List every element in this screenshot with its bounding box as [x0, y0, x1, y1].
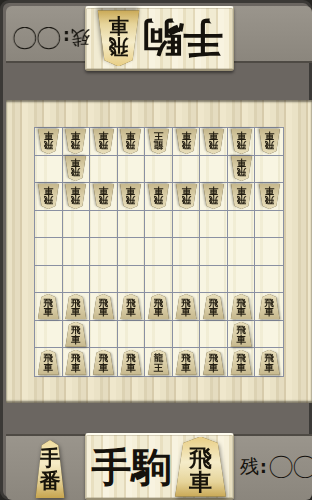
player-tray-piece-char-bottom: 車 [189, 470, 212, 494]
board-cell[interactable]: 飛車 [63, 293, 91, 321]
player-hand-tray[interactable]: 手駒 飛 車 [85, 433, 234, 500]
player-remaining-counter: 残:〇〇 [240, 436, 312, 498]
board-cell[interactable] [228, 266, 256, 294]
shogi-piece-S[interactable]: 飛車 [92, 350, 115, 375]
board-cell[interactable] [200, 156, 228, 184]
board-cell[interactable]: 飛車 [63, 348, 91, 376]
turn-indicator-char-bottom: 番 [40, 470, 61, 493]
board-cell[interactable] [255, 266, 283, 294]
shogi-piece-face: 飛車 [64, 184, 87, 209]
shogi-piece-P[interactable]: 飛車 [119, 294, 142, 319]
board-cell[interactable]: 飛車 [255, 293, 283, 321]
shogi-piece-g[interactable]: 飛車 [119, 129, 142, 154]
shogi-piece-n[interactable]: 飛車 [230, 129, 253, 154]
opponent-hand-label: 手駒 [143, 19, 223, 59]
shogi-piece-face: 飛車 [175, 184, 198, 209]
board-cell[interactable] [255, 211, 283, 239]
player-remaining-value: 〇〇 [268, 450, 312, 485]
shogi-piece-face: 飛車 [258, 294, 281, 319]
shogi-piece-face: 飛車 [258, 350, 281, 375]
board-cell[interactable] [35, 266, 63, 294]
shogi-piece-face: 飛車 [175, 350, 198, 375]
shogi-piece-P[interactable]: 飛車 [175, 294, 198, 319]
shogi-piece-face: 龍王 [147, 350, 170, 375]
shogi-piece-P[interactable]: 飛車 [147, 294, 170, 319]
board-cell[interactable]: 飛車 [200, 348, 228, 376]
board-cell[interactable] [173, 238, 201, 266]
shogi-piece-n[interactable]: 飛車 [64, 129, 87, 154]
board-cell[interactable] [63, 238, 91, 266]
shogi-piece-P[interactable]: 飛車 [92, 294, 115, 319]
shogi-piece-L[interactable]: 飛車 [258, 350, 281, 375]
shogi-piece-G[interactable]: 飛車 [119, 350, 142, 375]
board-cell[interactable] [118, 321, 146, 349]
shogi-piece-face: 飛車 [64, 294, 87, 319]
board-cell[interactable] [90, 321, 118, 349]
board-cell[interactable]: 飛車 [118, 348, 146, 376]
board-cell[interactable]: 飛車 [173, 348, 201, 376]
shogi-piece-p[interactable]: 飛車 [37, 184, 60, 209]
board-cell[interactable] [145, 266, 173, 294]
board-cell[interactable] [90, 266, 118, 294]
opponent-remaining-label: 残 [71, 25, 90, 51]
opponent-remaining-value: 〇〇 [14, 20, 62, 55]
shogi-piece-face: 龍王 [147, 129, 170, 154]
shogi-piece-face: 飛車 [230, 294, 253, 319]
shogi-piece-s[interactable]: 飛車 [92, 129, 115, 154]
board-cell[interactable]: 飛車 [145, 183, 173, 211]
shogi-piece-face: 飛車 [64, 322, 87, 347]
board-cell[interactable] [145, 238, 173, 266]
turn-indicator-char-top: 手 [40, 447, 61, 470]
board-cell[interactable] [35, 156, 63, 184]
shogi-piece-face: 飛車 [37, 350, 60, 375]
shogi-piece-face: 飛車 [202, 350, 225, 375]
board-cell[interactable]: 飛車 [255, 128, 283, 156]
shogi-piece-p[interactable]: 飛車 [92, 184, 115, 209]
board-cell[interactable] [90, 238, 118, 266]
opponent-tray-rook-piece[interactable]: 飛 車 [97, 11, 141, 67]
player-remaining-label: 残 [240, 454, 259, 480]
shogi-piece-face: 飛車 [147, 294, 170, 319]
shogi-piece-face: 飛車 [37, 184, 60, 209]
shogi-piece-b[interactable]: 飛車 [230, 156, 253, 181]
shogi-piece-L[interactable]: 飛車 [37, 350, 60, 375]
board-cell[interactable]: 飛車 [228, 156, 256, 184]
board-cell[interactable]: 飛車 [228, 348, 256, 376]
board-cell[interactable] [35, 211, 63, 239]
board-cell[interactable] [200, 266, 228, 294]
shogi-piece-P[interactable]: 飛車 [230, 294, 253, 319]
shogi-piece-R[interactable]: 飛車 [230, 322, 253, 347]
shogi-board: 飛車飛車飛車飛車龍王飛車飛車飛車飛車飛車飛車飛車飛車飛車飛車飛車飛車飛車飛車飛車… [6, 100, 312, 403]
shogi-piece-face: 飛車 [258, 129, 281, 154]
board-cell[interactable]: 飛車 [63, 156, 91, 184]
board-cell[interactable]: 飛車 [145, 293, 173, 321]
shogi-piece-face: 飛車 [119, 184, 142, 209]
board-cell[interactable]: 飛車 [255, 348, 283, 376]
shogi-piece-p[interactable]: 飛車 [64, 184, 87, 209]
shogi-piece-S[interactable]: 飛車 [202, 350, 225, 375]
shogi-piece-face: 飛車 [230, 184, 253, 209]
board-cell[interactable] [35, 321, 63, 349]
board-cell[interactable]: 飛車 [228, 183, 256, 211]
board-cell[interactable]: 飛車 [63, 321, 91, 349]
opponent-hand-tray[interactable]: 手駒 飛 車 [85, 6, 234, 71]
opponent-tray-piece-char-bottom: 車 [109, 16, 129, 37]
board-cell[interactable] [255, 156, 283, 184]
player-hand-label: 手駒 [92, 447, 172, 487]
board-cell[interactable] [63, 211, 91, 239]
shogi-piece-face: 飛車 [202, 184, 225, 209]
shogi-piece-G[interactable]: 飛車 [175, 350, 198, 375]
board-cell[interactable]: 飛車 [90, 128, 118, 156]
board-cell[interactable] [173, 156, 201, 184]
board-cell[interactable]: 飛車 [255, 183, 283, 211]
shogi-piece-face: 飛車 [147, 184, 170, 209]
shogi-piece-face: 飛車 [230, 322, 253, 347]
board-cell[interactable]: 飛車 [90, 293, 118, 321]
shogi-piece-s[interactable]: 飛車 [202, 129, 225, 154]
shogi-piece-face: 飛車 [230, 350, 253, 375]
board-cell[interactable] [173, 266, 201, 294]
opponent-remaining-counter: 残:〇〇 [14, 9, 90, 66]
shogi-piece-N[interactable]: 飛車 [64, 350, 87, 375]
board-cell[interactable]: 飛車 [173, 128, 201, 156]
board-cell[interactable] [118, 238, 146, 266]
shogi-piece-p[interactable]: 飛車 [258, 184, 281, 209]
shogi-piece-p[interactable]: 飛車 [175, 184, 198, 209]
board-cell[interactable] [90, 156, 118, 184]
board-cell[interactable]: 飛車 [200, 293, 228, 321]
shogi-piece-face: 飛車 [37, 294, 60, 319]
board-cell[interactable]: 飛車 [228, 128, 256, 156]
shogi-piece-face: 飛車 [202, 129, 225, 154]
board-cell[interactable]: 龍王 [145, 128, 173, 156]
shogi-piece-face: 飛車 [230, 156, 253, 181]
board-cell[interactable]: 飛車 [90, 348, 118, 376]
shogi-piece-K[interactable]: 龍王 [147, 350, 170, 375]
board-cell[interactable]: 龍王 [145, 348, 173, 376]
board-cell[interactable]: 飛車 [63, 183, 91, 211]
board-cell[interactable]: 飛車 [90, 183, 118, 211]
shogi-piece-face: 飛車 [230, 129, 253, 154]
board-cell[interactable] [145, 156, 173, 184]
shogi-piece-N[interactable]: 飛車 [230, 350, 253, 375]
board-cell[interactable] [200, 238, 228, 266]
shogi-piece-p[interactable]: 飛車 [119, 184, 142, 209]
board-cell[interactable] [35, 238, 63, 266]
shogi-piece-l[interactable]: 飛車 [258, 129, 281, 154]
board-cell[interactable] [63, 266, 91, 294]
board-cell[interactable]: 飛車 [228, 321, 256, 349]
shogi-piece-face: 飛車 [119, 294, 142, 319]
shogi-piece-face: 飛車 [64, 350, 87, 375]
shogi-piece-p[interactable]: 飛車 [147, 184, 170, 209]
board-cell[interactable] [118, 156, 146, 184]
board-cell[interactable]: 飛車 [228, 293, 256, 321]
shogi-piece-g[interactable]: 飛車 [175, 129, 198, 154]
shogi-piece-P[interactable]: 飛車 [258, 294, 281, 319]
board-cell[interactable] [173, 211, 201, 239]
shogi-piece-face: 飛車 [37, 129, 60, 154]
board-cell[interactable] [90, 211, 118, 239]
shogi-piece-P[interactable]: 飛車 [64, 294, 87, 319]
shogi-piece-k[interactable]: 龍王 [147, 129, 170, 154]
board-cell[interactable]: 飛車 [35, 128, 63, 156]
shogi-piece-face: 飛車 [92, 129, 115, 154]
shogi-piece-face: 飛車 [175, 294, 198, 319]
player-tray-rook-piece[interactable]: 飛 車 [174, 437, 228, 497]
shogi-piece-face: 飛車 [119, 129, 142, 154]
shogi-piece-p[interactable]: 飛車 [230, 184, 253, 209]
shogi-piece-face: 飛車 [202, 294, 225, 319]
board-cell[interactable]: 飛車 [118, 293, 146, 321]
board-cell[interactable] [200, 321, 228, 349]
board-cell[interactable]: 飛車 [35, 293, 63, 321]
player-tray-piece-char-top: 飛 [189, 446, 212, 470]
shogi-piece-face: 飛車 [175, 129, 198, 154]
shogi-piece-face: 飛車 [64, 129, 87, 154]
board-cell[interactable]: 飛車 [118, 128, 146, 156]
app-window: 残:〇〇 手駒 飛 車 飛車飛車飛車飛車龍王飛車飛車飛車飛車飛車飛車飛車飛車飛車… [0, 0, 312, 500]
board-cell[interactable]: 飛車 [63, 128, 91, 156]
player-hand-tray-content: 手駒 飛 車 [86, 435, 233, 498]
shogi-piece-face: 飛車 [64, 156, 87, 181]
shogi-piece-P[interactable]: 飛車 [37, 294, 60, 319]
shogi-piece-p[interactable]: 飛車 [202, 184, 225, 209]
shogi-piece-P[interactable]: 飛車 [202, 294, 225, 319]
board-cell[interactable]: 飛車 [118, 183, 146, 211]
board-cell[interactable] [145, 321, 173, 349]
turn-indicator-piece: 手 番 [34, 440, 66, 498]
shogi-piece-face: 飛車 [92, 350, 115, 375]
board-cell[interactable] [228, 238, 256, 266]
shogi-piece-r[interactable]: 飛車 [64, 156, 87, 181]
board-cell[interactable] [255, 238, 283, 266]
opponent-hand-tray-content: 手駒 飛 車 [86, 8, 233, 69]
board-grid: 飛車飛車飛車飛車龍王飛車飛車飛車飛車飛車飛車飛車飛車飛車飛車飛車飛車飛車飛車飛車… [34, 127, 284, 377]
player-remaining-colon: : [260, 457, 267, 477]
board-cell[interactable] [118, 266, 146, 294]
board-cell[interactable]: 飛車 [173, 293, 201, 321]
board-cell[interactable]: 飛車 [200, 183, 228, 211]
shogi-piece-face: 飛車 [92, 294, 115, 319]
opponent-remaining-colon: : [63, 28, 70, 48]
board-cell[interactable] [228, 211, 256, 239]
shogi-piece-B[interactable]: 飛車 [64, 322, 87, 347]
board-cell[interactable] [118, 211, 146, 239]
board-cell[interactable]: 飛車 [35, 348, 63, 376]
board-cell[interactable]: 飛車 [35, 183, 63, 211]
shogi-piece-face: 飛車 [92, 184, 115, 209]
shogi-piece-l[interactable]: 飛車 [37, 129, 60, 154]
shogi-piece-face: 飛車 [258, 184, 281, 209]
board-cell[interactable] [173, 321, 201, 349]
board-cell[interactable]: 飛車 [173, 183, 201, 211]
board-cell[interactable] [200, 211, 228, 239]
board-cell[interactable] [255, 321, 283, 349]
board-cell[interactable]: 飛車 [200, 128, 228, 156]
shogi-piece-face: 飛車 [119, 350, 142, 375]
board-cell[interactable] [145, 211, 173, 239]
opponent-tray-piece-char-top: 飛 [109, 37, 129, 58]
